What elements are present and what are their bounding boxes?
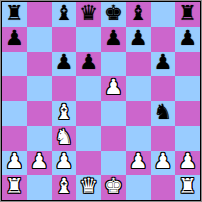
square-g2[interactable]: ♟: [151, 151, 176, 176]
square-h7[interactable]: ♟: [175, 27, 200, 52]
white-pawn-icon[interactable]: ♟: [30, 151, 49, 172]
square-a6[interactable]: [2, 52, 27, 77]
square-e5[interactable]: ♟: [101, 76, 126, 101]
square-a1[interactable]: ♜: [2, 175, 27, 200]
square-d7[interactable]: [76, 27, 101, 52]
square-h4[interactable]: [175, 101, 200, 126]
square-c5[interactable]: [52, 76, 77, 101]
white-king-icon[interactable]: ♚: [104, 176, 123, 197]
black-pawn-icon[interactable]: ♟: [178, 28, 197, 49]
white-rook-icon[interactable]: ♜: [178, 176, 197, 197]
square-f3[interactable]: [126, 126, 151, 151]
square-d2[interactable]: [76, 151, 101, 176]
square-a2[interactable]: ♟: [2, 151, 27, 176]
white-bishop-icon[interactable]: ♝: [54, 102, 73, 123]
black-pawn-icon[interactable]: ♟: [54, 52, 73, 73]
white-bishop-icon[interactable]: ♝: [54, 176, 73, 197]
white-queen-icon[interactable]: ♛: [79, 176, 98, 197]
chess-board: ♜♝♛♚♝♜♟♟♟♟♟♟♟♟♝♞♞♟♟♟♟♟♟♜♝♛♚♜: [1, 1, 201, 201]
black-pawn-icon[interactable]: ♟: [79, 52, 98, 73]
square-f1[interactable]: [126, 175, 151, 200]
board-frame: ♜♝♛♚♝♜♟♟♟♟♟♟♟♟♝♞♞♟♟♟♟♟♟♜♝♛♚♜: [0, 0, 202, 202]
white-pawn-icon[interactable]: ♟: [54, 151, 73, 172]
square-f2[interactable]: ♟: [126, 151, 151, 176]
square-c7[interactable]: [52, 27, 77, 52]
square-a4[interactable]: [2, 101, 27, 126]
black-rook-icon[interactable]: ♜: [178, 3, 197, 24]
square-d4[interactable]: [76, 101, 101, 126]
white-pawn-icon[interactable]: ♟: [5, 151, 24, 172]
square-d1[interactable]: ♛: [76, 175, 101, 200]
black-pawn-icon[interactable]: ♟: [104, 28, 123, 49]
square-a5[interactable]: [2, 76, 27, 101]
square-h2[interactable]: ♟: [175, 151, 200, 176]
square-e6[interactable]: [101, 52, 126, 77]
black-queen-icon[interactable]: ♛: [79, 3, 98, 24]
square-b8[interactable]: [27, 2, 52, 27]
square-b1[interactable]: [27, 175, 52, 200]
square-e4[interactable]: [101, 101, 126, 126]
square-h8[interactable]: ♜: [175, 2, 200, 27]
square-g3[interactable]: [151, 126, 176, 151]
square-c8[interactable]: ♝: [52, 2, 77, 27]
square-a7[interactable]: ♟: [2, 27, 27, 52]
square-c1[interactable]: ♝: [52, 175, 77, 200]
square-b3[interactable]: [27, 126, 52, 151]
square-f6[interactable]: [126, 52, 151, 77]
square-b6[interactable]: [27, 52, 52, 77]
square-g1[interactable]: [151, 175, 176, 200]
square-f8[interactable]: ♝: [126, 2, 151, 27]
square-h6[interactable]: [175, 52, 200, 77]
square-a8[interactable]: ♜: [2, 2, 27, 27]
square-e8[interactable]: ♚: [101, 2, 126, 27]
square-g5[interactable]: [151, 76, 176, 101]
black-king-icon[interactable]: ♚: [104, 3, 123, 24]
black-bishop-icon[interactable]: ♝: [129, 3, 148, 24]
square-f7[interactable]: ♟: [126, 27, 151, 52]
square-a3[interactable]: [2, 126, 27, 151]
square-e2[interactable]: [101, 151, 126, 176]
square-b5[interactable]: [27, 76, 52, 101]
square-c4[interactable]: ♝: [52, 101, 77, 126]
black-bishop-icon[interactable]: ♝: [54, 3, 73, 24]
square-d3[interactable]: [76, 126, 101, 151]
square-c6[interactable]: ♟: [52, 52, 77, 77]
square-h5[interactable]: [175, 76, 200, 101]
white-pawn-icon[interactable]: ♟: [104, 77, 123, 98]
square-b4[interactable]: [27, 101, 52, 126]
black-pawn-icon[interactable]: ♟: [153, 52, 172, 73]
black-rook-icon[interactable]: ♜: [5, 3, 24, 24]
square-c2[interactable]: ♟: [52, 151, 77, 176]
square-d5[interactable]: [76, 76, 101, 101]
square-f4[interactable]: [126, 101, 151, 126]
square-f5[interactable]: [126, 76, 151, 101]
square-d6[interactable]: ♟: [76, 52, 101, 77]
square-g7[interactable]: [151, 27, 176, 52]
white-pawn-icon[interactable]: ♟: [178, 151, 197, 172]
white-pawn-icon[interactable]: ♟: [129, 151, 148, 172]
black-knight-icon[interactable]: ♞: [153, 102, 172, 123]
square-d8[interactable]: ♛: [76, 2, 101, 27]
white-pawn-icon[interactable]: ♟: [153, 151, 172, 172]
square-g8[interactable]: [151, 2, 176, 27]
square-e7[interactable]: ♟: [101, 27, 126, 52]
white-rook-icon[interactable]: ♜: [5, 176, 24, 197]
square-h1[interactable]: ♜: [175, 175, 200, 200]
square-c3[interactable]: ♞: [52, 126, 77, 151]
square-e3[interactable]: [101, 126, 126, 151]
black-pawn-icon[interactable]: ♟: [5, 28, 24, 49]
white-knight-icon[interactable]: ♞: [54, 127, 73, 148]
square-h3[interactable]: [175, 126, 200, 151]
black-pawn-icon[interactable]: ♟: [129, 28, 148, 49]
square-b7[interactable]: [27, 27, 52, 52]
square-g6[interactable]: ♟: [151, 52, 176, 77]
square-b2[interactable]: ♟: [27, 151, 52, 176]
square-e1[interactable]: ♚: [101, 175, 126, 200]
square-g4[interactable]: ♞: [151, 101, 176, 126]
